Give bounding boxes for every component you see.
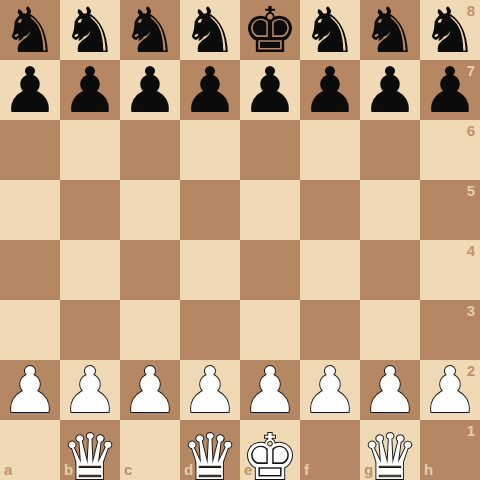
file-label-f: f	[304, 462, 309, 477]
black-pawn[interactable]: ♟	[360, 60, 420, 120]
square-f8[interactable]: ♞	[300, 0, 360, 60]
square-d8[interactable]: ♞	[180, 0, 240, 60]
white-pawn[interactable]: ♟	[120, 360, 180, 420]
chess-board: ♞♞♞♞♚♞♞♞8♟♟♟♟♟♟♟♟76543♟♟♟♟♟♟♟♟2a♛bc♛d♚ef…	[0, 0, 480, 480]
square-d6[interactable]	[180, 120, 240, 180]
square-c4[interactable]	[120, 240, 180, 300]
square-h7[interactable]: ♟7	[420, 60, 480, 120]
square-f6[interactable]	[300, 120, 360, 180]
white-pawn[interactable]: ♟	[240, 360, 300, 420]
black-pawn[interactable]: ♟	[180, 60, 240, 120]
square-b1[interactable]: ♛b	[60, 420, 120, 480]
square-h6[interactable]: 6	[420, 120, 480, 180]
square-f1[interactable]: f	[300, 420, 360, 480]
square-a2[interactable]: ♟	[0, 360, 60, 420]
square-f4[interactable]	[300, 240, 360, 300]
square-c7[interactable]: ♟	[120, 60, 180, 120]
black-pawn[interactable]: ♟	[120, 60, 180, 120]
square-c6[interactable]	[120, 120, 180, 180]
square-e2[interactable]: ♟	[240, 360, 300, 420]
square-c3[interactable]	[120, 300, 180, 360]
square-b6[interactable]	[60, 120, 120, 180]
square-e4[interactable]	[240, 240, 300, 300]
square-h2[interactable]: ♟2	[420, 360, 480, 420]
square-g3[interactable]	[360, 300, 420, 360]
square-c8[interactable]: ♞	[120, 0, 180, 60]
black-pawn[interactable]: ♟	[0, 60, 60, 120]
square-h8[interactable]: ♞8	[420, 0, 480, 60]
square-g5[interactable]	[360, 180, 420, 240]
black-knight[interactable]: ♞	[120, 0, 180, 60]
black-king[interactable]: ♚	[240, 0, 300, 60]
square-c5[interactable]	[120, 180, 180, 240]
white-queen[interactable]: ♛	[60, 427, 120, 480]
square-b3[interactable]	[60, 300, 120, 360]
rank-label-3: 3	[467, 303, 475, 318]
square-a6[interactable]	[0, 120, 60, 180]
square-g7[interactable]: ♟	[360, 60, 420, 120]
square-e5[interactable]	[240, 180, 300, 240]
square-g4[interactable]	[360, 240, 420, 300]
black-knight[interactable]: ♞	[180, 0, 240, 60]
black-knight[interactable]: ♞	[300, 0, 360, 60]
square-e7[interactable]: ♟	[240, 60, 300, 120]
square-a7[interactable]: ♟	[0, 60, 60, 120]
white-pawn[interactable]: ♟	[60, 360, 120, 420]
square-d4[interactable]	[180, 240, 240, 300]
black-knight[interactable]: ♞	[360, 0, 420, 60]
square-a1[interactable]: a	[0, 420, 60, 480]
rank-label-1: 1	[467, 423, 475, 438]
black-pawn[interactable]: ♟	[420, 60, 480, 120]
black-knight[interactable]: ♞	[420, 0, 480, 60]
square-c2[interactable]: ♟	[120, 360, 180, 420]
black-knight[interactable]: ♞	[60, 0, 120, 60]
square-e1[interactable]: ♚e	[240, 420, 300, 480]
rank-label-6: 6	[467, 123, 475, 138]
square-b7[interactable]: ♟	[60, 60, 120, 120]
black-pawn[interactable]: ♟	[300, 60, 360, 120]
black-knight[interactable]: ♞	[0, 0, 60, 60]
square-f3[interactable]	[300, 300, 360, 360]
file-label-c: c	[124, 462, 132, 477]
square-e6[interactable]	[240, 120, 300, 180]
square-g8[interactable]: ♞	[360, 0, 420, 60]
square-b2[interactable]: ♟	[60, 360, 120, 420]
square-a3[interactable]	[0, 300, 60, 360]
white-king[interactable]: ♚	[240, 427, 300, 480]
square-e3[interactable]	[240, 300, 300, 360]
square-d7[interactable]: ♟	[180, 60, 240, 120]
square-b4[interactable]	[60, 240, 120, 300]
square-a4[interactable]	[0, 240, 60, 300]
square-g1[interactable]: ♛g	[360, 420, 420, 480]
rank-label-4: 4	[467, 243, 475, 258]
black-pawn[interactable]: ♟	[240, 60, 300, 120]
white-queen[interactable]: ♛	[360, 427, 420, 480]
square-h3[interactable]: 3	[420, 300, 480, 360]
square-h5[interactable]: 5	[420, 180, 480, 240]
square-d1[interactable]: ♛d	[180, 420, 240, 480]
square-d5[interactable]	[180, 180, 240, 240]
square-b5[interactable]	[60, 180, 120, 240]
white-pawn[interactable]: ♟	[360, 360, 420, 420]
white-pawn[interactable]: ♟	[0, 360, 60, 420]
square-h1[interactable]: h1	[420, 420, 480, 480]
square-e8[interactable]: ♚	[240, 0, 300, 60]
square-d3[interactable]	[180, 300, 240, 360]
square-g2[interactable]: ♟	[360, 360, 420, 420]
square-c1[interactable]: c	[120, 420, 180, 480]
square-f2[interactable]: ♟	[300, 360, 360, 420]
square-f7[interactable]: ♟	[300, 60, 360, 120]
black-pawn[interactable]: ♟	[60, 60, 120, 120]
white-queen[interactable]: ♛	[180, 427, 240, 480]
file-label-h: h	[424, 462, 433, 477]
square-h4[interactable]: 4	[420, 240, 480, 300]
square-b8[interactable]: ♞	[60, 0, 120, 60]
white-pawn[interactable]: ♟	[420, 360, 480, 420]
square-f5[interactable]	[300, 180, 360, 240]
file-label-a: a	[4, 462, 12, 477]
square-a5[interactable]	[0, 180, 60, 240]
square-g6[interactable]	[360, 120, 420, 180]
white-pawn[interactable]: ♟	[180, 360, 240, 420]
white-pawn[interactable]: ♟	[300, 360, 360, 420]
rank-label-5: 5	[467, 183, 475, 198]
square-a8[interactable]: ♞	[0, 0, 60, 60]
square-d2[interactable]: ♟	[180, 360, 240, 420]
